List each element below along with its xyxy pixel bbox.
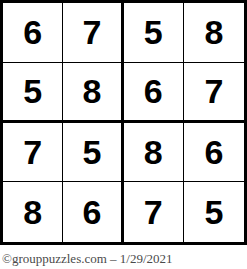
cell-r4c2: 6 (63, 182, 123, 242)
cell-r2c3: 6 (124, 63, 184, 123)
cell-r3c4: 6 (184, 123, 244, 183)
cell-r4c1: 8 (3, 182, 63, 242)
cell-r4c4: 5 (184, 182, 244, 242)
cell-r3c1: 7 (3, 123, 63, 183)
cell-r1c3: 5 (124, 3, 184, 63)
cell-r2c4: 7 (184, 63, 244, 123)
cell-r1c2: 7 (63, 3, 123, 63)
cell-r2c1: 5 (3, 63, 63, 123)
sudoku-board: 6 7 5 8 5 8 6 7 7 5 8 6 8 6 7 5 (0, 0, 247, 245)
cell-r2c2: 8 (63, 63, 123, 123)
cell-r3c3: 8 (124, 123, 184, 183)
cell-r1c1: 6 (3, 3, 63, 63)
cell-r1c4: 8 (184, 3, 244, 63)
cell-r4c3: 7 (124, 182, 184, 242)
copyright-credit: ©grouppuzzles.com – 1/29/2021 (2, 251, 173, 267)
cell-r3c2: 5 (63, 123, 123, 183)
